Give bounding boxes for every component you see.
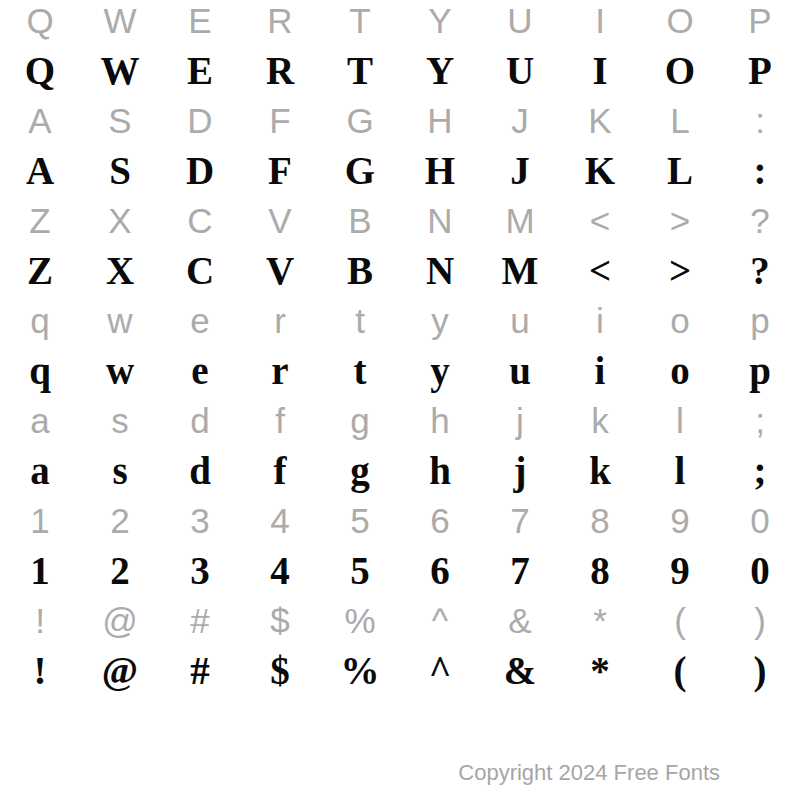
- glyph-cell: i: [560, 346, 640, 396]
- glyph-cell: M: [480, 246, 560, 296]
- glyph-cell: G: [320, 146, 400, 196]
- glyph-cell: 1: [0, 546, 80, 596]
- glyph-cell: W: [80, 46, 160, 96]
- glyph-cell: R: [240, 0, 320, 46]
- glyph-cell: y: [400, 346, 480, 396]
- glyph-cell: w: [80, 296, 160, 346]
- glyph-cell: D: [160, 96, 240, 146]
- glyph-cell: s: [80, 446, 160, 496]
- glyph-cell: H: [400, 146, 480, 196]
- glyph-cell: M: [480, 196, 560, 246]
- glyph-cell: F: [240, 146, 320, 196]
- glyph-cell: <: [560, 246, 640, 296]
- glyph-cell: ): [720, 646, 800, 696]
- glyph-cell: S: [80, 146, 160, 196]
- glyph-cell: $: [240, 596, 320, 646]
- glyph-cell: 9: [640, 546, 720, 596]
- glyph-cell: ;: [720, 446, 800, 496]
- glyph-cell: <: [560, 196, 640, 246]
- glyph-cell: Q: [0, 46, 80, 96]
- glyph-cell: ?: [720, 196, 800, 246]
- glyph-cell: 4: [240, 496, 320, 546]
- glyph-cell: a: [0, 446, 80, 496]
- glyph-cell: X: [80, 196, 160, 246]
- glyph-cell: 7: [480, 546, 560, 596]
- glyph-cell: d: [160, 396, 240, 446]
- glyph-cell: d: [160, 446, 240, 496]
- glyph-cell: k: [560, 446, 640, 496]
- glyph-cell: ^: [400, 646, 480, 696]
- glyph-cell: 0: [720, 496, 800, 546]
- glyph-cell: 4: [240, 546, 320, 596]
- glyph-cell: A: [0, 146, 80, 196]
- glyph-cell: q: [0, 296, 80, 346]
- glyph-cell: E: [160, 0, 240, 46]
- glyph-cell: h: [400, 446, 480, 496]
- glyph-cell: l: [640, 446, 720, 496]
- glyph-cell: W: [80, 0, 160, 46]
- glyph-cell: Z: [0, 246, 80, 296]
- glyph-cell: y: [400, 296, 480, 346]
- glyph-cell: t: [320, 346, 400, 396]
- glyph-cell: 1: [0, 496, 80, 546]
- glyph-cell: 6: [400, 546, 480, 596]
- glyph-cell: u: [480, 346, 560, 396]
- glyph-cell: U: [480, 46, 560, 96]
- glyph-cell: i: [560, 296, 640, 346]
- glyph-cell: N: [400, 196, 480, 246]
- glyph-cell: h: [400, 396, 480, 446]
- glyph-cell: ;: [720, 396, 800, 446]
- glyph-cell: #: [160, 596, 240, 646]
- glyph-cell: j: [480, 446, 560, 496]
- glyph-cell: L: [640, 146, 720, 196]
- glyph-cell: !: [0, 596, 80, 646]
- glyph-cell: B: [320, 246, 400, 296]
- glyph-cell: 8: [560, 496, 640, 546]
- glyph-cell: p: [720, 296, 800, 346]
- glyph-cell: 9: [640, 496, 720, 546]
- glyph-cell: l: [640, 396, 720, 446]
- glyph-cell: ^: [400, 596, 480, 646]
- glyph-cell: J: [480, 146, 560, 196]
- glyph-cell: g: [320, 446, 400, 496]
- glyph-cell: Y: [400, 46, 480, 96]
- glyph-cell: @: [80, 646, 160, 696]
- glyph-cell: 5: [320, 496, 400, 546]
- glyph-cell: I: [560, 46, 640, 96]
- glyph-cell: w: [80, 346, 160, 396]
- glyph-cell: Z: [0, 196, 80, 246]
- glyph-cell: 2: [80, 496, 160, 546]
- glyph-cell: 6: [400, 496, 480, 546]
- glyph-cell: C: [160, 196, 240, 246]
- glyph-cell: 5: [320, 546, 400, 596]
- glyph-cell: O: [640, 0, 720, 46]
- glyph-cell: :: [720, 96, 800, 146]
- glyph-cell: Y: [400, 0, 480, 46]
- glyph-cell: (: [640, 646, 720, 696]
- glyph-cell: T: [320, 0, 400, 46]
- glyph-cell: g: [320, 396, 400, 446]
- glyph-cell: C: [160, 246, 240, 296]
- glyph-cell: q: [0, 346, 80, 396]
- glyph-cell: !: [0, 646, 80, 696]
- glyph-cell: S: [80, 96, 160, 146]
- glyph-cell: %: [320, 646, 400, 696]
- glyph-cell: @: [80, 596, 160, 646]
- glyph-cell: T: [320, 46, 400, 96]
- glyph-cell: f: [240, 446, 320, 496]
- glyph-cell: F: [240, 96, 320, 146]
- glyph-cell: V: [240, 196, 320, 246]
- glyph-cell: ?: [720, 246, 800, 296]
- glyph-cell: K: [560, 146, 640, 196]
- character-grid: QWERTYUIOPQWERTYUIOPASDFGHJKL:ASDFGHJKL:…: [0, 0, 800, 696]
- glyph-cell: U: [480, 0, 560, 46]
- copyright-text: Copyright 2024 Free Fonts: [458, 760, 720, 786]
- glyph-cell: V: [240, 246, 320, 296]
- glyph-cell: e: [160, 296, 240, 346]
- glyph-cell: #: [160, 646, 240, 696]
- glyph-cell: B: [320, 196, 400, 246]
- glyph-cell: P: [720, 0, 800, 46]
- glyph-cell: >: [640, 246, 720, 296]
- glyph-cell: R: [240, 46, 320, 96]
- glyph-cell: (: [640, 596, 720, 646]
- glyph-cell: o: [640, 346, 720, 396]
- glyph-cell: X: [80, 246, 160, 296]
- glyph-cell: r: [240, 296, 320, 346]
- glyph-cell: G: [320, 96, 400, 146]
- glyph-cell: k: [560, 396, 640, 446]
- glyph-cell: J: [480, 96, 560, 146]
- glyph-cell: H: [400, 96, 480, 146]
- glyph-cell: 7: [480, 496, 560, 546]
- glyph-cell: &: [480, 596, 560, 646]
- glyph-cell: 8: [560, 546, 640, 596]
- glyph-cell: I: [560, 0, 640, 46]
- glyph-cell: 0: [720, 546, 800, 596]
- glyph-cell: t: [320, 296, 400, 346]
- glyph-cell: K: [560, 96, 640, 146]
- glyph-cell: L: [640, 96, 720, 146]
- glyph-cell: Q: [0, 0, 80, 46]
- glyph-cell: 2: [80, 546, 160, 596]
- glyph-cell: j: [480, 396, 560, 446]
- glyph-cell: a: [0, 396, 80, 446]
- glyph-cell: *: [560, 646, 640, 696]
- glyph-cell: >: [640, 196, 720, 246]
- glyph-cell: &: [480, 646, 560, 696]
- glyph-cell: ): [720, 596, 800, 646]
- glyph-cell: e: [160, 346, 240, 396]
- glyph-cell: $: [240, 646, 320, 696]
- glyph-cell: %: [320, 596, 400, 646]
- glyph-cell: 3: [160, 496, 240, 546]
- glyph-cell: A: [0, 96, 80, 146]
- glyph-cell: :: [720, 146, 800, 196]
- glyph-cell: 3: [160, 546, 240, 596]
- glyph-cell: r: [240, 346, 320, 396]
- glyph-cell: N: [400, 246, 480, 296]
- glyph-cell: P: [720, 46, 800, 96]
- glyph-cell: O: [640, 46, 720, 96]
- glyph-cell: p: [720, 346, 800, 396]
- glyph-cell: E: [160, 46, 240, 96]
- glyph-cell: f: [240, 396, 320, 446]
- glyph-cell: s: [80, 396, 160, 446]
- glyph-cell: *: [560, 596, 640, 646]
- glyph-cell: u: [480, 296, 560, 346]
- glyph-cell: o: [640, 296, 720, 346]
- glyph-cell: D: [160, 146, 240, 196]
